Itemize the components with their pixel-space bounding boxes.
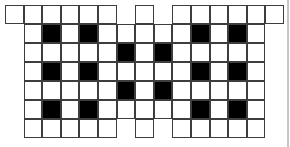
cell-r6c11[interactable] (210, 119, 229, 138)
cell-r2c11[interactable] (210, 43, 229, 62)
cell-r2c12[interactable] (228, 43, 247, 62)
cell-r2c3[interactable] (61, 43, 80, 62)
cell-r5c2[interactable] (42, 100, 61, 119)
cell-r4c6[interactable] (117, 81, 136, 100)
cell-r1c2[interactable] (42, 24, 61, 43)
cell-r6c10[interactable] (191, 119, 210, 138)
cell-r3c10[interactable] (191, 62, 210, 81)
cell-r4c11[interactable] (210, 81, 229, 100)
cell-r6c12[interactable] (228, 119, 247, 138)
window-edge-line (287, 0, 289, 147)
cell-r5c12[interactable] (228, 100, 247, 119)
empty-space-r5c14 (265, 100, 284, 119)
cell-r1c6[interactable] (117, 24, 136, 43)
cell-r1c7[interactable] (135, 24, 154, 43)
cell-r6c2[interactable] (42, 119, 61, 138)
cell-r5c4[interactable] (79, 100, 98, 119)
empty-space-r1c0 (5, 24, 24, 43)
cell-r6c5[interactable] (98, 119, 117, 138)
cell-r0c4[interactable] (79, 5, 98, 24)
cell-r2c7[interactable] (135, 43, 154, 62)
cell-r2c6[interactable] (117, 43, 136, 62)
cell-r4c5[interactable] (98, 81, 117, 100)
cell-r4c7[interactable] (135, 81, 154, 100)
cell-r4c4[interactable] (79, 81, 98, 100)
cell-r1c12[interactable] (228, 24, 247, 43)
empty-space-r1c14 (265, 24, 284, 43)
cell-r4c2[interactable] (42, 81, 61, 100)
cell-r4c3[interactable] (61, 81, 80, 100)
empty-space-r2c14 (265, 43, 284, 62)
cell-r3c4[interactable] (79, 62, 98, 81)
cell-r2c1[interactable] (24, 43, 43, 62)
cell-r3c8[interactable] (154, 62, 173, 81)
cell-r5c3[interactable] (61, 100, 80, 119)
cell-r4c8[interactable] (154, 81, 173, 100)
empty-space-r3c14 (265, 62, 284, 81)
cell-r1c3[interactable] (61, 24, 80, 43)
cell-r2c4[interactable] (79, 43, 98, 62)
cell-r0c14[interactable] (265, 5, 284, 24)
cell-r0c5[interactable] (98, 5, 117, 24)
cell-r0c2[interactable] (42, 5, 61, 24)
cell-r6c9[interactable] (172, 119, 191, 138)
cell-r3c2[interactable] (42, 62, 61, 81)
cell-r4c13[interactable] (247, 81, 266, 100)
cell-r0c9[interactable] (172, 5, 191, 24)
cell-r1c11[interactable] (210, 24, 229, 43)
cell-r0c12[interactable] (228, 5, 247, 24)
cell-r3c7[interactable] (135, 62, 154, 81)
cell-r4c10[interactable] (191, 81, 210, 100)
empty-space-r6c8 (154, 119, 173, 138)
cell-r5c1[interactable] (24, 100, 43, 119)
cell-r6c3[interactable] (61, 119, 80, 138)
cell-r1c1[interactable] (24, 24, 43, 43)
cell-r3c9[interactable] (172, 62, 191, 81)
empty-space-r0c8 (154, 5, 173, 24)
cell-r2c10[interactable] (191, 43, 210, 62)
cell-r5c7[interactable] (135, 100, 154, 119)
cell-r5c13[interactable] (247, 100, 266, 119)
cell-r3c3[interactable] (61, 62, 80, 81)
cell-r3c6[interactable] (117, 62, 136, 81)
cell-r1c8[interactable] (154, 24, 173, 43)
cell-r4c1[interactable] (24, 81, 43, 100)
pattern-grid (5, 5, 284, 138)
cell-r6c4[interactable] (79, 119, 98, 138)
cell-r5c5[interactable] (98, 100, 117, 119)
cell-r5c8[interactable] (154, 100, 173, 119)
cell-r3c11[interactable] (210, 62, 229, 81)
empty-space-r0c6 (117, 5, 136, 24)
screenshot-root (0, 0, 290, 147)
cell-r0c11[interactable] (210, 5, 229, 24)
empty-space-r5c0 (5, 100, 24, 119)
cell-r4c9[interactable] (172, 81, 191, 100)
empty-space-r6c0 (5, 119, 24, 138)
cell-r0c7[interactable] (135, 5, 154, 24)
cell-r5c10[interactable] (191, 100, 210, 119)
cell-r1c13[interactable] (247, 24, 266, 43)
cell-r1c5[interactable] (98, 24, 117, 43)
cell-r1c9[interactable] (172, 24, 191, 43)
empty-space-r6c14 (265, 119, 284, 138)
empty-space-r2c0 (5, 43, 24, 62)
cell-r4c12[interactable] (228, 81, 247, 100)
cell-r0c13[interactable] (247, 5, 266, 24)
cell-r2c13[interactable] (247, 43, 266, 62)
empty-space-r4c0 (5, 81, 24, 100)
cell-r3c13[interactable] (247, 62, 266, 81)
cell-r2c2[interactable] (42, 43, 61, 62)
cell-r0c1[interactable] (24, 5, 43, 24)
cell-r5c11[interactable] (210, 100, 229, 119)
cell-r0c10[interactable] (191, 5, 210, 24)
cell-r6c7[interactable] (135, 119, 154, 138)
cell-r3c12[interactable] (228, 62, 247, 81)
cell-r5c6[interactable] (117, 100, 136, 119)
cell-r3c1[interactable] (24, 62, 43, 81)
cell-r6c1[interactable] (24, 119, 43, 138)
empty-space-r6c6 (117, 119, 136, 138)
cell-r3c5[interactable] (98, 62, 117, 81)
empty-space-r4c14 (265, 81, 284, 100)
cell-r0c0[interactable] (5, 5, 24, 24)
cell-r5c9[interactable] (172, 100, 191, 119)
cell-r2c9[interactable] (172, 43, 191, 62)
cell-r1c4[interactable] (79, 24, 98, 43)
empty-space-r3c0 (5, 62, 24, 81)
cell-r6c13[interactable] (247, 119, 266, 138)
cell-r0c3[interactable] (61, 5, 80, 24)
cell-r2c8[interactable] (154, 43, 173, 62)
cell-r2c5[interactable] (98, 43, 117, 62)
cell-r1c10[interactable] (191, 24, 210, 43)
